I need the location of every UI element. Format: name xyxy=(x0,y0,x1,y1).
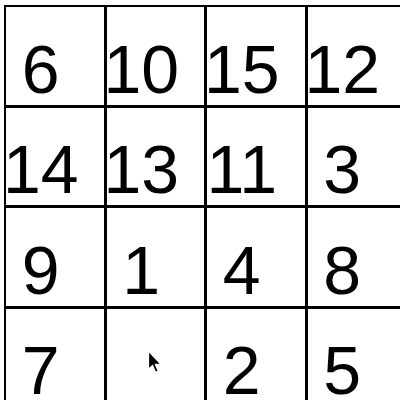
tile-6[interactable]: 6 xyxy=(6,7,104,105)
tile-label: 2 xyxy=(223,336,261,400)
tile-label: 4 xyxy=(223,236,261,304)
tile-label: 14 xyxy=(6,135,79,203)
tile-label: 3 xyxy=(323,135,361,203)
tile-5[interactable]: 5 xyxy=(308,309,400,400)
tile-label: 8 xyxy=(323,236,361,304)
tile-label: 13 xyxy=(107,135,180,203)
tile-14[interactable]: 14 xyxy=(6,108,104,206)
tile-4[interactable]: 4 xyxy=(207,208,305,306)
tile-12[interactable]: 12 xyxy=(308,7,400,105)
tile-label: 5 xyxy=(323,336,361,400)
tile-label: 6 xyxy=(22,35,60,103)
tile-label: 1 xyxy=(122,236,160,304)
tile-11[interactable]: 11 xyxy=(207,108,305,206)
tile-15[interactable]: 15 xyxy=(207,7,305,105)
tile-label: 10 xyxy=(107,35,180,103)
tile-label: 7 xyxy=(22,336,60,400)
tile-13[interactable]: 13 xyxy=(107,108,205,206)
tile-9[interactable]: 9 xyxy=(6,208,104,306)
tile-2[interactable]: 2 xyxy=(207,309,305,400)
tile-label: 15 xyxy=(207,35,280,103)
tile-1[interactable]: 1 xyxy=(107,208,205,306)
tile-label: 11 xyxy=(207,135,277,203)
empty-cell[interactable] xyxy=(107,309,205,400)
tile-label: 12 xyxy=(308,35,381,103)
tile-7[interactable]: 7 xyxy=(6,309,104,400)
tile-3[interactable]: 3 xyxy=(308,108,400,206)
puzzle-board: 6 10 15 12 14 13 11 3 9 1 4 8 7 2 5 xyxy=(4,5,400,400)
tile-10[interactable]: 10 xyxy=(107,7,205,105)
tile-label: 9 xyxy=(22,236,60,304)
tile-8[interactable]: 8 xyxy=(308,208,400,306)
